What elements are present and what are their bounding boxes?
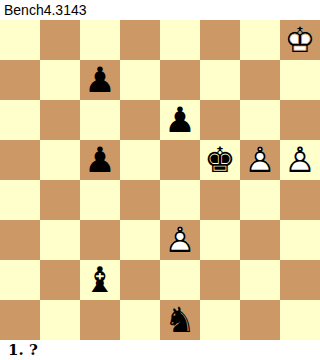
square-a1[interactable] [0,300,40,340]
black-bishop[interactable]: ♝ [80,260,120,300]
square-b6[interactable] [40,100,80,140]
square-e2[interactable] [160,260,200,300]
square-g6[interactable] [240,100,280,140]
square-h8[interactable]: ♚♔ [280,20,320,60]
diagram-title: Bench4.3143 [0,0,320,20]
square-d5[interactable] [120,140,160,180]
square-f6[interactable] [200,100,240,140]
square-f2[interactable] [200,260,240,300]
square-c8[interactable] [80,20,120,60]
square-g5[interactable]: ♟♙ [240,140,280,180]
move-prompt: 1. ? [0,340,320,360]
square-f4[interactable] [200,180,240,220]
square-e6[interactable]: ♟ [160,100,200,140]
chess-board: ♚♔♟♟♟♚♟♙♟♙♟♙♝♞ [0,20,320,340]
black-pawn[interactable]: ♟ [160,100,200,140]
square-f8[interactable] [200,20,240,60]
square-a3[interactable] [0,220,40,260]
square-h5[interactable]: ♟♙ [280,140,320,180]
piece-glyph-fill: ♟ [80,60,120,100]
square-b8[interactable] [40,20,80,60]
square-d6[interactable] [120,100,160,140]
square-a8[interactable] [0,20,40,60]
piece-glyph-fill: ♟ [160,100,200,140]
square-c4[interactable] [80,180,120,220]
square-b1[interactable] [40,300,80,340]
piece-glyph-outline: ♙ [280,140,320,180]
square-h3[interactable] [280,220,320,260]
square-a7[interactable] [0,60,40,100]
square-d7[interactable] [120,60,160,100]
square-c2[interactable]: ♝ [80,260,120,300]
square-f7[interactable] [200,60,240,100]
square-a4[interactable] [0,180,40,220]
white-king[interactable]: ♚♔ [280,20,320,60]
piece-glyph-fill: ♞ [160,300,200,340]
square-g8[interactable] [240,20,280,60]
square-d8[interactable] [120,20,160,60]
square-e3[interactable]: ♟♙ [160,220,200,260]
square-d2[interactable] [120,260,160,300]
square-d3[interactable] [120,220,160,260]
chess-diagram-window: Bench4.3143 ♚♔♟♟♟♚♟♙♟♙♟♙♝♞ 1. ? [0,0,320,360]
square-b4[interactable] [40,180,80,220]
piece-glyph-outline: ♙ [160,220,200,260]
square-e4[interactable] [160,180,200,220]
square-d4[interactable] [120,180,160,220]
square-e5[interactable] [160,140,200,180]
square-c3[interactable] [80,220,120,260]
white-pawn[interactable]: ♟♙ [280,140,320,180]
square-c7[interactable]: ♟ [80,60,120,100]
square-c6[interactable] [80,100,120,140]
piece-glyph-fill: ♝ [80,260,120,300]
square-b2[interactable] [40,260,80,300]
square-c5[interactable]: ♟ [80,140,120,180]
square-f1[interactable] [200,300,240,340]
square-h2[interactable] [280,260,320,300]
white-pawn[interactable]: ♟♙ [160,220,200,260]
square-e8[interactable] [160,20,200,60]
square-d1[interactable] [120,300,160,340]
black-pawn[interactable]: ♟ [80,140,120,180]
piece-glyph-outline: ♙ [240,140,280,180]
square-g2[interactable] [240,260,280,300]
black-king[interactable]: ♚ [200,140,240,180]
black-pawn[interactable]: ♟ [80,60,120,100]
piece-glyph-fill: ♚ [200,140,240,180]
square-g1[interactable] [240,300,280,340]
square-h7[interactable] [280,60,320,100]
piece-glyph-fill: ♟ [80,140,120,180]
square-g7[interactable] [240,60,280,100]
square-g4[interactable] [240,180,280,220]
square-a2[interactable] [0,260,40,300]
square-b7[interactable] [40,60,80,100]
square-b5[interactable] [40,140,80,180]
square-h1[interactable] [280,300,320,340]
square-f3[interactable] [200,220,240,260]
square-c1[interactable] [80,300,120,340]
square-h4[interactable] [280,180,320,220]
piece-glyph-outline: ♔ [280,20,320,60]
black-knight[interactable]: ♞ [160,300,200,340]
square-a6[interactable] [0,100,40,140]
square-e7[interactable] [160,60,200,100]
square-h6[interactable] [280,100,320,140]
square-e1[interactable]: ♞ [160,300,200,340]
square-a5[interactable] [0,140,40,180]
square-b3[interactable] [40,220,80,260]
white-pawn[interactable]: ♟♙ [240,140,280,180]
square-f5[interactable]: ♚ [200,140,240,180]
square-g3[interactable] [240,220,280,260]
